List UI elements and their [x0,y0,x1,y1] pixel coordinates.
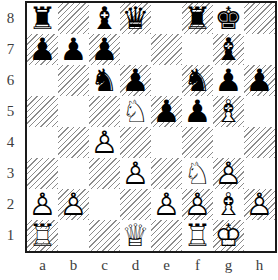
white-pawn-outline: ♙ [58,189,89,220]
rank-label-6: 6 [0,65,21,96]
square-e3[interactable] [151,158,182,189]
square-b5[interactable] [58,96,89,127]
white-rook: ♜♖ [182,220,213,251]
square-h7[interactable] [244,34,275,65]
white-pawn: ♟♙ [213,158,244,189]
square-a6[interactable] [27,65,58,96]
black-knight: ♞ [89,65,120,96]
square-d7[interactable] [120,34,151,65]
square-c6[interactable]: ♞ [89,65,120,96]
square-a3[interactable] [27,158,58,189]
black-pawn-glyph: ♟ [27,34,58,65]
black-pawn: ♟ [244,65,275,96]
black-pawn-glyph: ♟ [182,96,213,127]
white-rook-outline: ♖ [182,220,213,251]
white-pawn-outline: ♙ [151,189,182,220]
rank-label-5: 5 [0,96,21,127]
white-rook: ♜♖ [27,220,58,251]
black-rook-glyph: ♜ [182,3,213,34]
black-rook: ♜ [27,3,58,34]
square-f7[interactable] [182,34,213,65]
file-label-a: a [27,254,58,276]
file-label-b: b [58,254,89,276]
square-g4[interactable] [213,127,244,158]
square-f4[interactable] [182,127,213,158]
square-d2[interactable] [120,189,151,220]
square-g2[interactable]: ♝♗ [213,189,244,220]
square-f2[interactable]: ♟♙ [182,189,213,220]
black-bishop-glyph: ♝ [213,34,244,65]
file-label-h: h [244,254,275,276]
square-a5[interactable] [27,96,58,127]
square-e8[interactable] [151,3,182,34]
square-f8[interactable]: ♜ [182,3,213,34]
white-knight-outline: ♘ [182,158,213,189]
white-knight: ♞♘ [120,96,151,127]
square-c2[interactable] [89,189,120,220]
square-g6[interactable]: ♟ [213,65,244,96]
square-g1[interactable]: ♚♔ [213,220,244,251]
square-c4[interactable]: ♟♙ [89,127,120,158]
white-knight: ♞♘ [182,158,213,189]
square-h5[interactable] [244,96,275,127]
square-h6[interactable]: ♟ [244,65,275,96]
square-e4[interactable] [151,127,182,158]
black-bishop: ♝ [213,34,244,65]
black-pawn: ♟ [151,96,182,127]
square-b7[interactable]: ♟ [58,34,89,65]
black-rook-glyph: ♜ [27,3,58,34]
white-queen: ♛♕ [120,220,151,251]
black-pawn: ♟ [58,34,89,65]
square-e2[interactable]: ♟♙ [151,189,182,220]
square-c8[interactable]: ♝ [89,3,120,34]
white-bishop: ♝♗ [213,189,244,220]
square-f3[interactable]: ♞♘ [182,158,213,189]
square-e5[interactable]: ♟ [151,96,182,127]
square-h4[interactable] [244,127,275,158]
black-pawn-glyph: ♟ [120,65,151,96]
white-bishop-outline: ♗ [213,189,244,220]
black-king-glyph: ♚ [213,3,244,34]
square-h2[interactable]: ♟♙ [244,189,275,220]
chess-board: ♜♝♛♜♚♟♟♟♝♞♟♞♟♟♞♘♟♟♝♗♟♙♟♙♞♘♟♙♟♙♟♙♟♙♟♙♝♗♟♙… [25,1,277,253]
black-pawn: ♟ [120,65,151,96]
square-a8[interactable]: ♜ [27,3,58,34]
white-pawn: ♟♙ [244,189,275,220]
black-pawn: ♟ [27,34,58,65]
rank-label-7: 7 [0,34,21,65]
file-label-c: c [89,254,120,276]
square-c7[interactable]: ♟ [89,34,120,65]
black-pawn-glyph: ♟ [244,65,275,96]
square-b3[interactable] [58,158,89,189]
black-knight-glyph: ♞ [182,65,213,96]
square-a7[interactable]: ♟ [27,34,58,65]
black-queen-glyph: ♛ [120,3,151,34]
square-b6[interactable] [58,65,89,96]
square-g8[interactable]: ♚ [213,3,244,34]
black-pawn-glyph: ♟ [151,96,182,127]
rank-label-2: 2 [0,189,21,220]
black-pawn-glyph: ♟ [213,65,244,96]
square-a2[interactable]: ♟♙ [27,189,58,220]
square-f1[interactable]: ♜♖ [182,220,213,251]
square-b1[interactable] [58,220,89,251]
white-pawn-outline: ♙ [27,189,58,220]
black-pawn: ♟ [213,65,244,96]
square-e7[interactable] [151,34,182,65]
square-e1[interactable] [151,220,182,251]
white-king: ♚♔ [213,220,244,251]
square-b8[interactable] [58,3,89,34]
square-a4[interactable] [27,127,58,158]
black-pawn: ♟ [182,96,213,127]
white-bishop-outline: ♗ [213,96,244,127]
square-d5[interactable]: ♞♘ [120,96,151,127]
black-pawn-glyph: ♟ [58,34,89,65]
rank-labels: 87654321 [0,3,21,251]
black-knight-glyph: ♞ [89,65,120,96]
square-d6[interactable]: ♟ [120,65,151,96]
white-pawn-outline: ♙ [213,158,244,189]
square-h1[interactable] [244,220,275,251]
black-king: ♚ [213,3,244,34]
file-label-f: f [182,254,213,276]
black-queen: ♛ [120,3,151,34]
square-c5[interactable] [89,96,120,127]
rank-label-4: 4 [0,127,21,158]
black-knight: ♞ [182,65,213,96]
rank-label-8: 8 [0,3,21,34]
square-g5[interactable]: ♝♗ [213,96,244,127]
file-label-e: e [151,254,182,276]
white-knight-outline: ♘ [120,96,151,127]
square-d8[interactable]: ♛ [120,3,151,34]
square-c1[interactable] [89,220,120,251]
white-bishop: ♝♗ [213,96,244,127]
white-pawn-outline: ♙ [89,127,120,158]
square-d3[interactable]: ♟♙ [120,158,151,189]
white-pawn: ♟♙ [58,189,89,220]
square-c3[interactable] [89,158,120,189]
square-b4[interactable] [58,127,89,158]
black-pawn-glyph: ♟ [89,34,120,65]
square-f6[interactable]: ♞ [182,65,213,96]
square-g7[interactable]: ♝ [213,34,244,65]
white-pawn-outline: ♙ [182,189,213,220]
white-pawn: ♟♙ [151,189,182,220]
square-d1[interactable]: ♛♕ [120,220,151,251]
square-b2[interactable]: ♟♙ [58,189,89,220]
white-pawn-outline: ♙ [120,158,151,189]
white-pawn: ♟♙ [182,189,213,220]
square-h3[interactable] [244,158,275,189]
white-pawn-outline: ♙ [244,189,275,220]
white-pawn: ♟♙ [89,127,120,158]
white-rook-outline: ♖ [27,220,58,251]
file-label-d: d [120,254,151,276]
rank-label-3: 3 [0,158,21,189]
square-e6[interactable] [151,65,182,96]
white-king-outline: ♔ [213,220,244,251]
white-pawn: ♟♙ [27,189,58,220]
square-a1[interactable]: ♜♖ [27,220,58,251]
square-f5[interactable]: ♟ [182,96,213,127]
white-queen-outline: ♕ [120,220,151,251]
white-pawn: ♟♙ [120,158,151,189]
file-label-g: g [213,254,244,276]
chess-diagram: 87654321 ♜♝♛♜♚♟♟♟♝♞♟♞♟♟♞♘♟♟♝♗♟♙♟♙♞♘♟♙♟♙♟… [0,0,278,280]
black-rook: ♜ [182,3,213,34]
black-pawn: ♟ [89,34,120,65]
black-bishop-glyph: ♝ [89,3,120,34]
file-labels: abcdefgh [27,254,275,276]
rank-label-1: 1 [0,220,21,251]
square-d4[interactable] [120,127,151,158]
square-g3[interactable]: ♟♙ [213,158,244,189]
square-h8[interactable] [244,3,275,34]
black-bishop: ♝ [89,3,120,34]
